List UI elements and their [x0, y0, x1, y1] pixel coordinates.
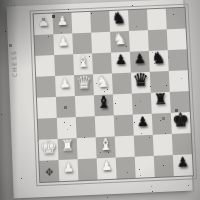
white-queen[interactable]: ♛ [75, 73, 92, 92]
square-e3[interactable] [114, 115, 134, 137]
square-f5[interactable]: ♛ [131, 72, 151, 94]
white-pawn[interactable]: ♟ [59, 76, 71, 89]
square-g3[interactable] [152, 113, 172, 135]
white-pawn[interactable]: ♟ [56, 14, 68, 27]
square-h5[interactable] [169, 70, 189, 92]
square-h6[interactable] [168, 49, 188, 71]
black-king[interactable]: ♚ [172, 110, 190, 130]
square-h3[interactable]: ♚ [171, 112, 191, 134]
square-f1[interactable] [135, 156, 155, 178]
black-knight[interactable]: ♞ [151, 50, 166, 67]
square-e4[interactable] [113, 94, 133, 116]
square-a8[interactable]: ♟ [34, 13, 54, 35]
square-b1[interactable]: ♟ [58, 159, 78, 181]
square-c5[interactable]: ♛ [74, 74, 94, 96]
square-a2[interactable]: ♚ [39, 139, 59, 161]
square-d2[interactable]: ♝ [96, 136, 116, 158]
white-pawn[interactable]: ♟ [100, 159, 112, 173]
square-a5[interactable] [36, 76, 56, 98]
square-e2[interactable] [115, 136, 135, 158]
square-c4[interactable] [75, 95, 95, 117]
square-a6[interactable] [35, 55, 55, 77]
square-h2[interactable] [172, 133, 192, 155]
board-corner-logo-icon: ✥ [45, 167, 54, 177]
square-b5[interactable]: ♟ [55, 75, 75, 97]
dust-dots [0, 0, 1, 1]
square-e6[interactable]: ♟ [111, 52, 131, 74]
white-rook[interactable]: ♜ [60, 138, 74, 154]
board-brand-text: CHESS [10, 50, 18, 78]
square-a7[interactable] [34, 34, 54, 56]
square-b2[interactable]: ♜ [58, 138, 78, 160]
white-knight[interactable]: ♞ [112, 31, 127, 47]
square-c3[interactable] [76, 116, 96, 138]
square-f4[interactable] [132, 93, 152, 115]
black-pawn[interactable]: ♟ [115, 53, 127, 66]
square-g4[interactable]: ♜ [151, 92, 171, 114]
chess-board-mat: CHESS ♟♟♞♟♞♝♟♟♞♟♛♞♛♝♜♟♚♚♜♝✥♟♟♟ [6, 0, 192, 198]
square-d1[interactable]: ♟ [97, 158, 117, 180]
black-rook[interactable]: ♜ [154, 92, 168, 108]
square-f8[interactable] [128, 9, 148, 31]
black-queen[interactable]: ♛ [132, 70, 149, 89]
black-pawn[interactable]: ♟ [137, 115, 149, 129]
square-d7[interactable] [91, 32, 111, 54]
white-pawn[interactable]: ♟ [37, 15, 49, 28]
square-g1[interactable] [154, 155, 174, 177]
square-g6[interactable]: ♞ [149, 50, 169, 72]
square-b4[interactable] [56, 96, 76, 118]
black-pawn[interactable]: ♟ [177, 155, 189, 169]
square-b6[interactable] [54, 54, 74, 76]
square-g8[interactable] [147, 9, 167, 31]
square-g2[interactable] [153, 134, 173, 156]
white-king[interactable]: ♚ [39, 137, 57, 157]
square-f7[interactable] [129, 30, 149, 52]
black-knight[interactable]: ♞ [111, 10, 126, 26]
chess-board: ♟♟♞♟♞♝♟♟♞♟♛♞♛♝♜♟♚♚♜♝✥♟♟♟ [33, 7, 194, 183]
photo-background: CHESS ♟♟♞♟♞♝♟♟♞♟♛♞♛♝♜♟♚♚♜♝✥♟♟♟ [0, 0, 200, 200]
black-bishop[interactable]: ♝ [96, 94, 111, 111]
white-knight[interactable]: ♞ [95, 73, 110, 90]
square-d8[interactable] [90, 11, 110, 33]
square-a1[interactable]: ✥ [39, 160, 59, 182]
square-h1[interactable]: ♟ [173, 154, 193, 176]
white-pawn[interactable]: ♟ [62, 160, 74, 174]
square-h8[interactable] [166, 8, 186, 30]
board-grid: ♟♟♞♟♞♝♟♟♞♟♛♞♛♝♜♟♚♚♜♝✥♟♟♟ [34, 8, 193, 182]
square-h7[interactable] [167, 29, 187, 51]
black-pawn[interactable]: ♟ [134, 52, 146, 65]
square-e1[interactable] [116, 157, 136, 179]
square-b8[interactable]: ♟ [53, 13, 73, 35]
square-a4[interactable] [37, 97, 57, 119]
white-bishop[interactable]: ♝ [98, 136, 113, 153]
white-pawn[interactable]: ♟ [57, 35, 69, 48]
square-c1[interactable] [78, 158, 98, 180]
square-f2[interactable] [134, 135, 154, 157]
square-e7[interactable]: ♞ [110, 31, 130, 53]
square-f3[interactable]: ♟ [133, 114, 153, 136]
square-e5[interactable] [112, 73, 132, 95]
square-c2[interactable] [77, 137, 97, 159]
square-d4[interactable]: ♝ [94, 94, 114, 116]
white-bishop[interactable]: ♝ [75, 53, 90, 70]
square-b7[interactable]: ♟ [53, 33, 73, 55]
square-c8[interactable] [71, 12, 91, 34]
